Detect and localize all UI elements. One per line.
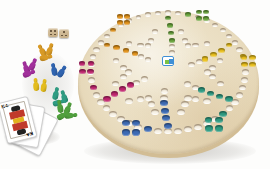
track-hole[interactable] (104, 34, 110, 39)
track-hole[interactable] (120, 65, 127, 70)
track-hole[interactable] (125, 98, 133, 104)
home-hole-orange[interactable] (117, 20, 123, 25)
home-hole-teal[interactable] (205, 117, 213, 123)
track-hole[interactable] (204, 41, 210, 46)
finish-hole-teal[interactable] (225, 96, 233, 102)
track-hole[interactable] (152, 29, 158, 34)
track-hole[interactable] (242, 69, 249, 74)
home-hole-green[interactable] (203, 16, 209, 21)
track-hole[interactable] (148, 38, 154, 43)
track-hole[interactable] (148, 101, 156, 107)
home-hole-green[interactable] (203, 10, 209, 14)
track-hole[interactable] (181, 101, 189, 107)
home-hole-teal[interactable] (205, 125, 213, 131)
track-hole[interactable] (93, 92, 100, 98)
home-hole-teal[interactable] (215, 117, 223, 123)
home-hole-orange[interactable] (124, 14, 130, 19)
track-hole[interactable] (185, 43, 191, 48)
logo-blue-square (169, 59, 173, 64)
track-hole[interactable] (93, 47, 99, 52)
track-hole[interactable] (137, 96, 145, 102)
track-hole[interactable] (155, 11, 161, 15)
track-hole[interactable] (145, 12, 151, 16)
track-hole[interactable] (194, 124, 202, 130)
track-hole[interactable] (138, 54, 145, 59)
track-hole[interactable] (161, 88, 168, 94)
track-hole[interactable] (182, 38, 188, 43)
tabletop-scene: { "game": "Keezen (Tock / Aggravation-st… (0, 0, 270, 169)
track-hole[interactable] (154, 128, 162, 134)
home-hole-orange[interactable] (117, 14, 123, 19)
home-hole-blue[interactable] (132, 129, 140, 135)
track-hole[interactable] (165, 10, 171, 14)
bs-toys-logo-icon (162, 56, 174, 66)
finish-hole-yellow[interactable] (218, 48, 224, 53)
track-hole[interactable] (126, 41, 132, 46)
pawn-part (39, 54, 49, 63)
finish-hole-orange[interactable] (113, 45, 119, 50)
track-hole[interactable] (192, 43, 198, 48)
finish-hole-teal[interactable] (198, 87, 205, 93)
home-hole-blue[interactable] (122, 129, 130, 135)
finish-hole-green[interactable] (167, 23, 173, 28)
green-pegs-pawn-4[interactable] (64, 111, 78, 120)
start-hole-magenta[interactable] (90, 85, 97, 91)
pawn-part (40, 82, 48, 92)
track-hole[interactable] (236, 47, 242, 52)
finish-hole-green[interactable] (165, 16, 171, 21)
track-hole[interactable] (232, 40, 238, 45)
track-hole[interactable] (192, 96, 200, 102)
track-hole[interactable] (88, 77, 95, 83)
track-hole[interactable] (141, 76, 148, 82)
track-hole[interactable] (137, 43, 143, 48)
home-hole-green[interactable] (196, 10, 202, 14)
track-hole[interactable] (217, 81, 224, 87)
track-hole[interactable] (125, 69, 132, 74)
logo-green-square (165, 60, 169, 64)
pawn-part (64, 112, 74, 120)
start-hole-green[interactable] (185, 12, 191, 16)
finish-hole-magenta[interactable] (103, 96, 111, 102)
home-hole-yellow[interactable] (249, 55, 256, 60)
wooden-die-1[interactable] (48, 28, 58, 37)
track-hole[interactable] (220, 28, 226, 33)
track-hole[interactable] (174, 128, 182, 134)
track-hole[interactable] (203, 98, 211, 104)
finish-hole-orange[interactable] (123, 48, 129, 53)
finish-hole-blue[interactable] (161, 108, 169, 114)
home-hole-magenta[interactable] (79, 69, 86, 74)
finish-hole-yellow[interactable] (202, 56, 209, 61)
home-hole-teal[interactable] (215, 125, 223, 131)
track-hole[interactable] (236, 92, 243, 98)
home-hole-green[interactable] (196, 16, 202, 21)
wooden-die-2[interactable] (59, 29, 69, 38)
card-corner-index-bottom: K♣ (26, 131, 34, 137)
track-hole[interactable] (241, 77, 248, 83)
finish-hole-magenta[interactable] (111, 91, 118, 97)
